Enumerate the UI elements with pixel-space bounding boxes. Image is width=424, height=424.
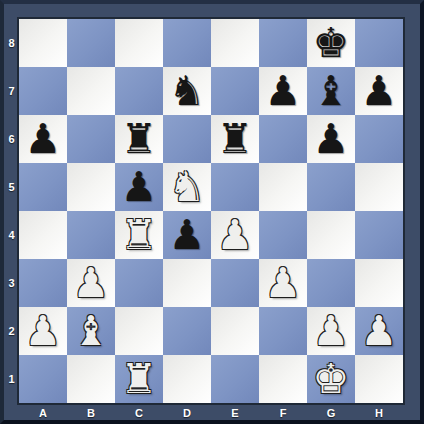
square-h5[interactable] [355,163,403,211]
square-d7[interactable]: ♞ [163,67,211,115]
square-e3[interactable] [211,259,259,307]
piece-black-king[interactable]: ♚ [313,19,350,67]
square-b8[interactable] [67,19,115,67]
file-label-d: D [163,405,211,420]
square-h7[interactable]: ♟ [355,67,403,115]
file-labels: ABCDEFGH [19,405,403,420]
square-e8[interactable] [211,19,259,67]
piece-white-rook[interactable]: ♜ [121,355,158,403]
piece-white-pawn[interactable]: ♟ [265,259,302,307]
square-h1[interactable] [355,355,403,403]
piece-black-pawn[interactable]: ♟ [313,115,350,163]
piece-black-pawn[interactable]: ♟ [25,115,62,163]
square-b4[interactable] [67,211,115,259]
square-a5[interactable] [19,163,67,211]
rank-label-8: 8 [4,19,19,67]
square-f6[interactable] [259,115,307,163]
rank-label-6: 6 [4,115,19,163]
square-a3[interactable] [19,259,67,307]
chess-board: ♚♞♟♝♟♟♜♜♟♟♞♜♟♟♟♟♟♝♟♟♜♚ [19,19,403,403]
square-c4[interactable]: ♜ [115,211,163,259]
piece-white-rook[interactable]: ♜ [121,211,158,259]
piece-black-pawn[interactable]: ♟ [265,67,302,115]
piece-white-king[interactable]: ♚ [313,355,350,403]
square-g4[interactable] [307,211,355,259]
square-f8[interactable] [259,19,307,67]
file-label-a: A [19,405,67,420]
square-d5[interactable]: ♞ [163,163,211,211]
rank-labels: 87654321 [4,19,19,403]
piece-white-bishop[interactable]: ♝ [73,307,110,355]
square-e1[interactable] [211,355,259,403]
square-g8[interactable]: ♚ [307,19,355,67]
square-c3[interactable] [115,259,163,307]
square-f7[interactable]: ♟ [259,67,307,115]
square-f5[interactable] [259,163,307,211]
file-label-f: F [259,405,307,420]
piece-white-pawn[interactable]: ♟ [25,307,62,355]
square-a8[interactable] [19,19,67,67]
square-d8[interactable] [163,19,211,67]
square-c1[interactable]: ♜ [115,355,163,403]
square-e5[interactable] [211,163,259,211]
file-label-c: C [115,405,163,420]
piece-black-pawn[interactable]: ♟ [361,67,398,115]
file-label-g: G [307,405,355,420]
piece-black-pawn[interactable]: ♟ [169,211,206,259]
square-g6[interactable]: ♟ [307,115,355,163]
file-label-b: B [67,405,115,420]
square-b7[interactable] [67,67,115,115]
square-b2[interactable]: ♝ [67,307,115,355]
piece-white-knight[interactable]: ♞ [169,163,206,211]
square-c5[interactable]: ♟ [115,163,163,211]
square-a6[interactable]: ♟ [19,115,67,163]
square-g3[interactable] [307,259,355,307]
square-e4[interactable]: ♟ [211,211,259,259]
square-c2[interactable] [115,307,163,355]
rank-label-5: 5 [4,163,19,211]
square-a7[interactable] [19,67,67,115]
file-label-h: H [355,405,403,420]
square-d4[interactable]: ♟ [163,211,211,259]
piece-black-bishop[interactable]: ♝ [313,67,350,115]
square-d3[interactable] [163,259,211,307]
square-a4[interactable] [19,211,67,259]
board-frame: 87654321 ABCDEFGH ♚♞♟♝♟♟♜♜♟♟♞♜♟♟♟♟♟♝♟♟♜♚ [0,0,424,424]
piece-black-pawn[interactable]: ♟ [121,163,158,211]
square-f4[interactable] [259,211,307,259]
piece-white-pawn[interactable]: ♟ [313,307,350,355]
rank-label-7: 7 [4,67,19,115]
piece-white-pawn[interactable]: ♟ [73,259,110,307]
piece-black-knight[interactable]: ♞ [169,67,206,115]
square-f2[interactable] [259,307,307,355]
square-g2[interactable]: ♟ [307,307,355,355]
square-c6[interactable]: ♜ [115,115,163,163]
piece-white-pawn[interactable]: ♟ [361,307,398,355]
square-d2[interactable] [163,307,211,355]
square-e2[interactable] [211,307,259,355]
square-h3[interactable] [355,259,403,307]
square-b1[interactable] [67,355,115,403]
square-h6[interactable] [355,115,403,163]
rank-label-4: 4 [4,211,19,259]
file-label-e: E [211,405,259,420]
square-a2[interactable]: ♟ [19,307,67,355]
square-g7[interactable]: ♝ [307,67,355,115]
square-b3[interactable]: ♟ [67,259,115,307]
square-a1[interactable] [19,355,67,403]
square-b6[interactable] [67,115,115,163]
square-d6[interactable] [163,115,211,163]
square-d1[interactable] [163,355,211,403]
square-h8[interactable] [355,19,403,67]
square-h4[interactable] [355,211,403,259]
piece-black-rook[interactable]: ♜ [217,115,254,163]
square-e6[interactable]: ♜ [211,115,259,163]
square-h2[interactable]: ♟ [355,307,403,355]
square-f3[interactable]: ♟ [259,259,307,307]
square-b5[interactable] [67,163,115,211]
square-f1[interactable] [259,355,307,403]
square-g1[interactable]: ♚ [307,355,355,403]
square-c8[interactable] [115,19,163,67]
square-e7[interactable] [211,67,259,115]
rank-label-1: 1 [4,355,19,403]
piece-white-pawn[interactable]: ♟ [217,211,254,259]
rank-label-2: 2 [4,307,19,355]
rank-label-3: 3 [4,259,19,307]
square-c7[interactable] [115,67,163,115]
piece-black-rook[interactable]: ♜ [121,115,158,163]
square-g5[interactable] [307,163,355,211]
